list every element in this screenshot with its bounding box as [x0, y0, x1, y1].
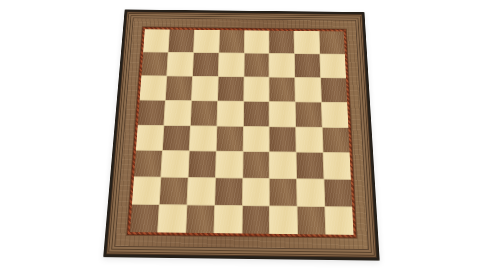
square-b7[interactable] [167, 53, 193, 76]
square-h8[interactable] [320, 31, 345, 54]
square-a7[interactable] [141, 52, 167, 75]
square-f2[interactable] [270, 179, 297, 206]
square-c8[interactable] [194, 30, 219, 53]
square-e5[interactable] [243, 101, 269, 126]
photo-background [0, 0, 480, 270]
square-g3[interactable] [297, 153, 324, 179]
square-b4[interactable] [163, 125, 190, 150]
square-h1[interactable] [325, 207, 353, 235]
square-b1[interactable] [158, 205, 186, 233]
square-h4[interactable] [323, 127, 350, 152]
square-a2[interactable] [132, 177, 160, 204]
square-e6[interactable] [244, 77, 269, 101]
square-a6[interactable] [140, 76, 167, 100]
square-a4[interactable] [136, 125, 163, 150]
square-b5[interactable] [164, 100, 191, 124]
square-f3[interactable] [270, 153, 296, 179]
square-f7[interactable] [270, 54, 295, 77]
board-grid [130, 29, 354, 235]
board-frame [115, 18, 368, 249]
square-g7[interactable] [295, 54, 320, 77]
square-e4[interactable] [243, 126, 269, 151]
square-d5[interactable] [217, 101, 243, 126]
square-a1[interactable] [130, 205, 159, 233]
square-e2[interactable] [242, 179, 269, 206]
square-e1[interactable] [242, 206, 269, 234]
square-b2[interactable] [160, 178, 188, 205]
square-c3[interactable] [188, 152, 215, 178]
square-g1[interactable] [298, 207, 326, 235]
square-h6[interactable] [321, 78, 347, 102]
square-f4[interactable] [270, 127, 296, 152]
square-d2[interactable] [215, 178, 242, 205]
square-c7[interactable] [193, 53, 218, 76]
chess-board[interactable] [103, 9, 379, 260]
square-c1[interactable] [186, 205, 214, 233]
square-g6[interactable] [295, 78, 321, 102]
square-g2[interactable] [297, 179, 324, 206]
square-f5[interactable] [270, 102, 296, 127]
square-d6[interactable] [218, 77, 243, 101]
square-h7[interactable] [320, 54, 346, 77]
square-f1[interactable] [270, 207, 297, 235]
square-a5[interactable] [138, 100, 165, 124]
square-e7[interactable] [244, 53, 269, 76]
square-b6[interactable] [166, 76, 192, 100]
square-g5[interactable] [296, 102, 322, 127]
inlay-border [127, 27, 356, 238]
square-f8[interactable] [270, 31, 295, 54]
square-b8[interactable] [168, 30, 193, 52]
square-c6[interactable] [192, 76, 218, 100]
square-e8[interactable] [244, 30, 268, 53]
square-d3[interactable] [216, 152, 243, 178]
square-g4[interactable] [296, 127, 322, 152]
square-c5[interactable] [191, 101, 217, 126]
square-c4[interactable] [190, 126, 217, 151]
square-a8[interactable] [143, 29, 169, 51]
square-a3[interactable] [134, 151, 162, 177]
square-e3[interactable] [243, 152, 269, 178]
square-h2[interactable] [325, 180, 353, 207]
square-d4[interactable] [216, 126, 242, 151]
square-b3[interactable] [161, 151, 188, 177]
square-g8[interactable] [295, 31, 320, 54]
square-d7[interactable] [218, 53, 243, 76]
square-h3[interactable] [324, 153, 351, 179]
square-h5[interactable] [322, 102, 348, 127]
square-d1[interactable] [214, 206, 242, 234]
square-d8[interactable] [219, 30, 244, 53]
square-f6[interactable] [270, 77, 295, 101]
square-c2[interactable] [187, 178, 214, 205]
board-molding [106, 12, 377, 258]
